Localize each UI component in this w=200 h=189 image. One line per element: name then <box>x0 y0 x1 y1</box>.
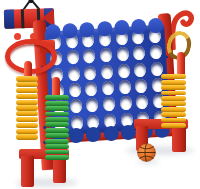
empty-slot <box>86 98 99 113</box>
green-disc-ring <box>45 112 69 117</box>
empty-slot <box>103 97 116 112</box>
yellow-disc-ring <box>161 112 186 117</box>
yellow-disc-ring <box>161 101 186 106</box>
disc-stack-right <box>161 74 186 128</box>
yellow-disc-ring <box>16 129 38 134</box>
yellow-disc-ring <box>161 96 186 101</box>
yellow-disc-ring <box>16 105 38 110</box>
scallop-bump <box>103 126 119 142</box>
board-cell-2-3 <box>98 63 116 80</box>
yellow-disc-ring <box>16 88 38 93</box>
board-cell-1-6 <box>147 44 165 61</box>
empty-slot <box>136 95 149 110</box>
empty-slot <box>84 66 97 81</box>
board-cell-4-2 <box>84 97 102 114</box>
board-cell-3-4 <box>116 79 134 96</box>
scallop-bump <box>114 20 130 36</box>
board-cell-1-3 <box>97 47 115 64</box>
board-cell-1-4 <box>114 46 132 63</box>
yellow-disc-ring <box>161 74 186 79</box>
scallop-bump <box>62 23 78 39</box>
yellow-disc-ring <box>161 85 186 90</box>
green-disc-ring <box>45 117 69 122</box>
scallop-bump <box>45 24 61 40</box>
empty-slot <box>117 64 130 79</box>
disc-stack-left <box>16 76 38 140</box>
yellow-disc-ring <box>16 76 38 81</box>
board-cell-2-2 <box>82 64 100 81</box>
yellow-disc-ring <box>16 123 38 128</box>
board-cell-4-1 <box>67 98 85 115</box>
scallop-bump <box>96 21 112 37</box>
board-cell-1-2 <box>81 48 99 65</box>
yellow-disc-ring <box>16 94 38 99</box>
board-cell-4-5 <box>133 94 151 111</box>
board-cell-2-4 <box>115 62 133 79</box>
empty-slot <box>119 96 132 111</box>
green-disc-ring <box>45 144 69 149</box>
empty-slot <box>118 80 131 95</box>
empty-slot <box>83 49 96 64</box>
yellow-disc-ring <box>161 123 186 128</box>
empty-slot <box>133 46 146 61</box>
yellow-disc-ring <box>161 80 186 85</box>
board-cell-2-1 <box>65 65 83 82</box>
scallop-bump <box>131 19 147 35</box>
board-cell-3-5 <box>132 78 150 95</box>
board-cell-3-2 <box>83 81 101 98</box>
yellow-disc-ring <box>161 118 186 123</box>
green-disc-ring <box>45 133 69 138</box>
green-disc-ring <box>45 128 69 133</box>
green-disc-ring <box>45 95 69 100</box>
bag-end-cap-left <box>4 10 15 29</box>
green-disc-ring <box>45 101 69 106</box>
board-cell-2-5 <box>131 61 149 78</box>
product-photo-connect-four-set <box>0 0 200 189</box>
yellow-disc-ring <box>161 107 186 112</box>
green-disc-ring <box>45 106 69 111</box>
yellow-disc-ring <box>16 82 38 87</box>
empty-slot <box>100 48 113 63</box>
empty-slot <box>134 63 147 78</box>
empty-slot <box>116 47 129 62</box>
yellow-disc-ring <box>16 111 38 116</box>
scallop-bump <box>79 22 95 38</box>
empty-slot <box>69 99 82 114</box>
empty-slot <box>85 82 98 97</box>
board-cell-1-5 <box>130 45 148 62</box>
board-cell-4-4 <box>117 95 135 112</box>
board-cell-1-1 <box>64 49 82 66</box>
empty-slot <box>69 83 82 98</box>
green-disc-ring <box>45 139 69 144</box>
empty-slot <box>149 45 162 60</box>
green-disc-ring <box>45 122 69 127</box>
yellow-disc-ring <box>16 100 38 105</box>
scallop-bump <box>148 18 164 34</box>
disc-stack-center <box>45 95 69 160</box>
basketball <box>137 143 156 162</box>
empty-slot <box>67 50 80 65</box>
green-disc-ring <box>45 155 69 160</box>
yellow-disc-ring <box>16 117 38 122</box>
board-cell-3-3 <box>99 80 117 97</box>
green-disc-ring <box>45 150 69 155</box>
hoop-knob <box>14 33 21 40</box>
empty-slot <box>68 67 81 82</box>
empty-slot <box>102 81 115 96</box>
board-cell-4-3 <box>100 96 118 113</box>
empty-slot <box>101 65 114 80</box>
yellow-disc-ring <box>16 134 38 139</box>
empty-slot <box>135 79 148 94</box>
yellow-disc-ring <box>161 91 186 96</box>
